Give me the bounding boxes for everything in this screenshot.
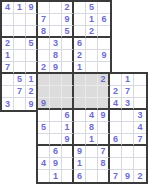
grid2-cell-r1c2[interactable] [50,74,62,86]
grid2-cell-r1c5[interactable] [86,74,98,86]
grid2-cell-r3c6[interactable] [98,98,110,110]
grid2-cell-r1c3[interactable] [62,74,74,86]
grid1-cell-r1c2: 1 [14,2,26,14]
grid2-cell-r4c2[interactable] [50,110,62,122]
grid2-cell-r8c3[interactable] [62,158,74,170]
grid2-cell-r3c4[interactable] [74,98,86,110]
grid1-cell-r1c3: 9 [26,2,38,14]
grid2-cell-r9c1[interactable] [38,170,50,182]
grid2-cell-r8c5[interactable] [86,158,98,170]
grid2-cell-r3c5[interactable] [86,98,98,110]
grid2-cell-r7c3[interactable] [62,146,74,158]
grid1-cell-r5c4[interactable] [38,50,50,62]
grid1-cell-r4c5: 3 [50,38,62,50]
grid2-cell-r2c9[interactable] [134,86,146,98]
grid1-cell-r3c5[interactable] [50,26,62,38]
grid1-cell-r1c4[interactable] [38,2,50,14]
grid1-cell-r2c4: 7 [38,14,50,26]
grid2-cell-r5c1: 5 [38,122,50,134]
grid1-cell-r5c8[interactable] [86,50,98,62]
grid2-cell-r8c1: 4 [38,158,50,170]
grid2-cell-r1c6: 2 [98,74,110,86]
grid1-cell-r2c1[interactable] [2,14,14,26]
grid2-cell-r2c5[interactable] [86,86,98,98]
grid2-cell-r2c7: 2 [110,86,122,98]
grid2-cell-r4c9: 3 [134,110,146,122]
grid2-cell-r6c1[interactable] [38,134,50,146]
grid2-cell-r4c3: 6 [62,110,74,122]
grid1-cell-r5c7: 2 [74,50,86,62]
grid2-cell-r5c6[interactable] [98,122,110,134]
grid1-cell-r8c2: 7 [14,86,26,98]
grid2-cell-r7c4: 9 [74,146,86,158]
grid1-cell-r1c5[interactable] [50,2,62,14]
grid2-cell-r8c4: 1 [74,158,86,170]
grid1-cell-r4c7: 6 [74,38,86,50]
grid1-cell-r7c2: 5 [14,74,26,86]
grid1-cell-r4c1: 2 [2,38,14,50]
grid1-cell-r5c9: 9 [98,50,110,62]
grid2-cell-r7c9[interactable] [134,146,146,158]
grid2-cell-r5c7[interactable] [110,122,122,134]
grid2-cell-r9c9: 2 [134,170,146,182]
grid1-cell-r7c1[interactable] [2,74,14,86]
grid2-cell-r6c2[interactable] [50,134,62,146]
grid2-cell-r5c3: 1 [62,122,74,134]
grid1-cell-r2c9: 6 [98,14,110,26]
grid1-cell-r2c3[interactable] [26,14,38,26]
grid2-cell-r2c1[interactable] [38,86,50,98]
grid1-cell-r4c3: 5 [26,38,38,50]
grid2-cell-r8c7[interactable] [110,158,122,170]
grid1-cell-r4c4[interactable] [38,38,50,50]
grid2-cell-r7c5[interactable] [86,146,98,158]
grid2-cell-r9c4: 6 [74,170,86,182]
grid1-cell-r5c6[interactable] [62,50,74,62]
grid2-cell-r9c6[interactable] [98,170,110,182]
grid2-cell-r6c4[interactable] [74,134,86,146]
grid1-cell-r9c2[interactable] [14,98,26,110]
grid1-cell-r3c9[interactable] [98,26,110,38]
grid2-cell-r7c2: 6 [50,146,62,158]
grid2-cell-r9c3[interactable] [62,170,74,182]
grid2-cell-r3c1: 9 [38,98,50,110]
grid1-cell-r2c7[interactable] [74,14,86,26]
grid1-cell-r6c2[interactable] [14,62,26,74]
grid2-cell-r2c6[interactable] [98,86,110,98]
grid1-cell-r3c1[interactable] [2,26,14,38]
grid2-cell-r5c9: 4 [134,122,146,134]
puzzle-board: 4192579168522536182972915127239 21279436… [0,0,150,187]
grid2-cell-r6c9: 7 [134,134,146,146]
grid2-cell-r2c8: 7 [122,86,134,98]
grid2-cell-r7c8[interactable] [122,146,134,158]
grid2-cell-r9c2: 1 [50,170,62,182]
grid2-cell-r3c7: 4 [110,98,122,110]
grid2-cell-r8c9[interactable] [134,158,146,170]
grid1-cell-r2c6: 9 [62,14,74,26]
grid1-cell-r4c9[interactable] [98,38,110,50]
grid1-cell-r1c8: 5 [86,2,98,14]
grid1-cell-r3c2[interactable] [14,26,26,38]
grid2-cell-r4c1[interactable] [38,110,50,122]
grid2-cell-r3c2[interactable] [50,98,62,110]
grid2-cell-r1c7[interactable] [110,74,122,86]
grid2-cell-r9c8: 9 [122,170,134,182]
grid2-cell-r1c8: 1 [122,74,134,86]
grid2-cell-r6c7: 6 [110,134,122,146]
grid2-cell-r8c2: 9 [50,158,62,170]
grid1-cell-r4c8[interactable] [86,38,98,50]
grid2-cell-r3c3[interactable] [62,98,74,110]
grid2-cell-r5c4[interactable] [74,122,86,134]
grid1-cell-r1c9[interactable] [98,2,110,14]
grid2-cell-r9c7: 7 [110,170,122,182]
grid2-cell-r2c4[interactable] [74,86,86,98]
grid1-cell-r3c4: 8 [38,26,50,38]
grid1-cell-r1c7[interactable] [74,2,86,14]
grid2-cell-r6c5: 1 [86,134,98,146]
grid2-cell-r4c7[interactable] [110,110,122,122]
grid1-cell-r2c5[interactable] [50,14,62,26]
grid2-cell-r8c8[interactable] [122,158,134,170]
grid1-cell-r9c1: 3 [2,98,14,110]
grid2-cell-r7c6: 7 [98,146,110,158]
grid1-cell-r2c2[interactable] [14,14,26,26]
grid2-cell-r1c1[interactable] [38,74,50,86]
grid2-cell-r5c5: 8 [86,122,98,134]
grid1-cell-r3c8: 2 [86,26,98,38]
sudoku-grid-bottom-right: 2127943649351849167697491816792 [36,72,148,184]
grid1-cell-r3c3[interactable] [26,26,38,38]
grid1-cell-r6c1: 7 [2,62,14,74]
grid1-cell-r5c3[interactable] [26,50,38,62]
grid2-cell-r8c6: 8 [98,158,110,170]
grid1-cell-r5c2[interactable] [14,50,26,62]
grid2-cell-r6c6[interactable] [98,134,110,146]
grid1-cell-r5c5: 8 [50,50,62,62]
grid2-cell-r6c3: 9 [62,134,74,146]
grid1-cell-r2c8: 1 [86,14,98,26]
grid2-cell-r3c9[interactable] [134,98,146,110]
grid2-cell-r4c5: 4 [86,110,98,122]
grid1-cell-r4c2[interactable] [14,38,26,50]
grid2-cell-r4c6: 9 [98,110,110,122]
grid2-cell-r1c9[interactable] [134,74,146,86]
grid1-cell-r8c1[interactable] [2,86,14,98]
grid1-cell-r1c1: 4 [2,2,14,14]
grid1-cell-r1c6: 2 [62,2,74,14]
grid1-cell-r3c6: 5 [62,26,74,38]
grid2-cell-r7c1[interactable] [38,146,50,158]
grid1-cell-r3c7[interactable] [74,26,86,38]
grid2-cell-r5c2[interactable] [50,122,62,134]
grid2-cell-r1c4[interactable] [74,74,86,86]
grid2-cell-r2c3[interactable] [62,86,74,98]
grid2-cell-r6c8[interactable] [122,134,134,146]
grid1-cell-r5c1: 1 [2,50,14,62]
grid2-cell-r4c4[interactable] [74,110,86,122]
grid2-cell-r9c5[interactable] [86,170,98,182]
grid2-cell-r7c7[interactable] [110,146,122,158]
grid2-cell-r3c8: 3 [122,98,134,110]
grid2-cell-r2c2[interactable] [50,86,62,98]
grid1-cell-r4c6[interactable] [62,38,74,50]
grid2-cell-r5c8[interactable] [122,122,134,134]
grid2-cell-r4c8[interactable] [122,110,134,122]
